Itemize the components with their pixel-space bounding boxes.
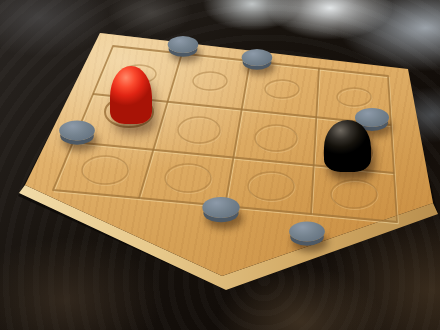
red-pawn[interactable] — [110, 66, 152, 124]
photo-stage — [0, 0, 440, 330]
gray-disc-4[interactable] — [59, 120, 95, 140]
gray-disc-1[interactable] — [168, 35, 199, 52]
gray-disc-6[interactable] — [289, 221, 325, 241]
gray-disc-5[interactable] — [202, 197, 239, 218]
gray-disc-2[interactable] — [242, 48, 273, 65]
black-pawn[interactable] — [324, 120, 371, 172]
